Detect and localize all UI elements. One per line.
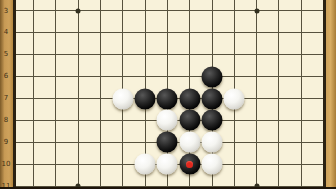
- white-stone: [202, 154, 223, 175]
- board-cell[interactable]: [223, 110, 245, 132]
- board-cell[interactable]: [67, 22, 89, 44]
- board-cell[interactable]: [201, 88, 223, 110]
- board-cell[interactable]: [23, 0, 45, 22]
- board-cell[interactable]: [23, 110, 45, 132]
- board-cell[interactable]: [134, 22, 156, 44]
- board-cell[interactable]: [246, 110, 268, 132]
- white-stone: [112, 88, 133, 109]
- board-cell[interactable]: [134, 66, 156, 88]
- board-cell[interactable]: [45, 153, 67, 175]
- board-cell[interactable]: [89, 22, 111, 44]
- board-cell[interactable]: [67, 110, 89, 132]
- row-label: 9: [0, 138, 12, 147]
- board-cell[interactable]: [246, 131, 268, 153]
- board-cell[interactable]: [201, 44, 223, 66]
- board-cell[interactable]: [223, 131, 245, 153]
- board-cell[interactable]: [67, 66, 89, 88]
- row-label: 10: [0, 160, 12, 169]
- board-cell[interactable]: [268, 0, 290, 22]
- black-stone: [202, 66, 223, 87]
- board-cell[interactable]: [290, 153, 312, 175]
- board-grid: [0, 0, 334, 189]
- board-cell[interactable]: [201, 0, 223, 22]
- board-cell[interactable]: [89, 0, 111, 22]
- board-cell[interactable]: [156, 153, 178, 175]
- board-cell[interactable]: [156, 110, 178, 132]
- board-cell[interactable]: [89, 44, 111, 66]
- board-cell[interactable]: [268, 131, 290, 153]
- white-stone: [224, 88, 245, 109]
- board-cell[interactable]: [89, 110, 111, 132]
- board-cell[interactable]: [112, 0, 134, 22]
- board-cell[interactable]: [89, 88, 111, 110]
- board-cell[interactable]: [156, 22, 178, 44]
- board-cell[interactable]: [112, 66, 134, 88]
- board-cell[interactable]: [268, 153, 290, 175]
- black-stone: [135, 88, 156, 109]
- board-cell[interactable]: [23, 153, 45, 175]
- board-cell[interactable]: [23, 66, 45, 88]
- board-cell[interactable]: [45, 44, 67, 66]
- board-cell[interactable]: [290, 22, 312, 44]
- board-cell[interactable]: [134, 110, 156, 132]
- white-stone: [135, 154, 156, 175]
- board-cell[interactable]: [45, 66, 67, 88]
- board-cell[interactable]: [134, 44, 156, 66]
- board-cell[interactable]: [45, 88, 67, 110]
- board-right-frame-edge: [323, 0, 326, 189]
- board-cell[interactable]: [156, 0, 178, 22]
- board-cell[interactable]: [112, 22, 134, 44]
- board-cell[interactable]: [179, 66, 201, 88]
- board-cell[interactable]: [23, 44, 45, 66]
- board-cell[interactable]: [268, 22, 290, 44]
- board-cell[interactable]: [268, 66, 290, 88]
- board-cell[interactable]: [112, 131, 134, 153]
- board-cell[interactable]: [112, 88, 134, 110]
- row-label: 5: [0, 50, 12, 59]
- white-stone: [179, 132, 200, 153]
- board-cell[interactable]: [290, 66, 312, 88]
- board-cell[interactable]: [179, 0, 201, 22]
- board-cell[interactable]: [112, 110, 134, 132]
- black-stone: [179, 154, 200, 175]
- board-cell[interactable]: [223, 88, 245, 110]
- row-label: 3: [0, 7, 12, 16]
- row-label: 4: [0, 28, 12, 37]
- board-cell[interactable]: [268, 110, 290, 132]
- board-cell[interactable]: [223, 22, 245, 44]
- board-cell[interactable]: [201, 131, 223, 153]
- row-label: 7: [0, 94, 12, 103]
- white-stone: [202, 132, 223, 153]
- row-label: 6: [0, 72, 12, 81]
- board-cell[interactable]: [23, 22, 45, 44]
- board-cell[interactable]: [89, 66, 111, 88]
- board-cell[interactable]: [134, 153, 156, 175]
- white-stone: [157, 110, 178, 131]
- board-cell[interactable]: [67, 44, 89, 66]
- board-cell[interactable]: [290, 110, 312, 132]
- board-cell[interactable]: [67, 88, 89, 110]
- board-cell[interactable]: [23, 131, 45, 153]
- board-cell[interactable]: [67, 153, 89, 175]
- board-cell[interactable]: [246, 22, 268, 44]
- board-cell[interactable]: [246, 66, 268, 88]
- board-cell[interactable]: [179, 110, 201, 132]
- board-cell[interactable]: [268, 88, 290, 110]
- board-cell[interactable]: [134, 88, 156, 110]
- board-cell[interactable]: [134, 0, 156, 22]
- board-cell[interactable]: [246, 88, 268, 110]
- board-cell[interactable]: [67, 131, 89, 153]
- board-cell[interactable]: [179, 44, 201, 66]
- board-cell[interactable]: [246, 44, 268, 66]
- row-label: 8: [0, 116, 12, 125]
- star-point: [76, 8, 81, 13]
- board-cell[interactable]: [179, 22, 201, 44]
- board-cell[interactable]: [67, 0, 89, 22]
- board-cell[interactable]: [290, 44, 312, 66]
- board-cell[interactable]: [290, 0, 312, 22]
- board-cell[interactable]: [45, 0, 67, 22]
- board-cell[interactable]: [45, 110, 67, 132]
- board-cell[interactable]: [201, 110, 223, 132]
- board-cell[interactable]: [223, 66, 245, 88]
- board-left-frame-edge: [13, 0, 16, 189]
- board-cell[interactable]: [45, 131, 67, 153]
- board-bottom-frame-edge: [0, 187, 336, 189]
- board-cell[interactable]: [179, 131, 201, 153]
- board-cell[interactable]: [290, 88, 312, 110]
- board-cell[interactable]: [223, 44, 245, 66]
- board-cell[interactable]: [134, 131, 156, 153]
- board-cell[interactable]: [179, 88, 201, 110]
- board-cell[interactable]: [201, 153, 223, 175]
- right-frame-strip: [326, 0, 336, 189]
- board-cell[interactable]: [45, 22, 67, 44]
- board-cell[interactable]: [223, 153, 245, 175]
- board-cell[interactable]: [156, 131, 178, 153]
- black-stone: [179, 88, 200, 109]
- board-cell[interactable]: [246, 153, 268, 175]
- board-cell[interactable]: [89, 153, 111, 175]
- board-cell[interactable]: [201, 66, 223, 88]
- board-cell[interactable]: [246, 0, 268, 22]
- black-stone: [202, 110, 223, 131]
- black-stone: [157, 132, 178, 153]
- board-cell[interactable]: [156, 44, 178, 66]
- board-cell[interactable]: [112, 153, 134, 175]
- last-move-marker: [186, 161, 193, 168]
- black-stone: [202, 88, 223, 109]
- board-cell[interactable]: [179, 153, 201, 175]
- board-cell[interactable]: [89, 131, 111, 153]
- board-cell[interactable]: [268, 44, 290, 66]
- gomoku-board-screen: 34567891011: [0, 0, 336, 189]
- board-cell[interactable]: [201, 22, 223, 44]
- black-stone: [179, 110, 200, 131]
- board-cell[interactable]: [23, 88, 45, 110]
- black-stone: [157, 88, 178, 109]
- board-cell[interactable]: [223, 0, 245, 22]
- star-point: [254, 8, 259, 13]
- white-stone: [157, 154, 178, 175]
- board-cell[interactable]: [156, 66, 178, 88]
- board-cell[interactable]: [290, 131, 312, 153]
- board-cell[interactable]: [112, 44, 134, 66]
- board-cell[interactable]: [156, 88, 178, 110]
